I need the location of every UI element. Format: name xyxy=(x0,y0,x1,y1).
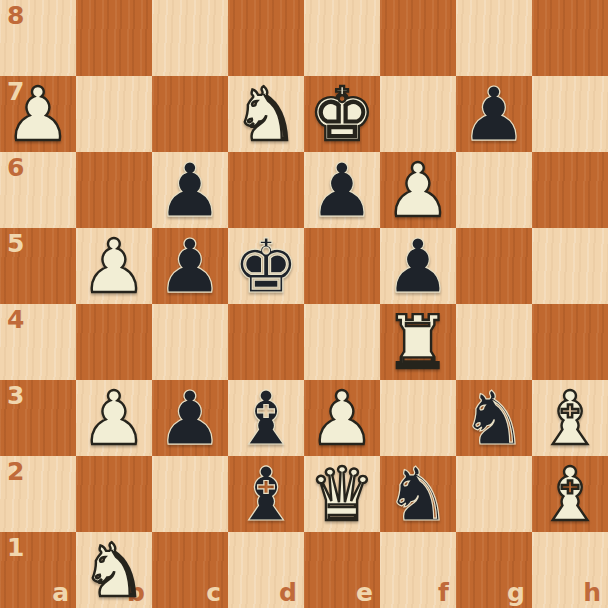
piece-black-pawn[interactable]: ♟ xyxy=(461,76,527,152)
square-g7[interactable]: ♟ xyxy=(456,76,532,152)
square-c6[interactable]: ♟ xyxy=(152,152,228,228)
square-c1[interactable]: c xyxy=(152,532,228,608)
chess-board: 87♟♞♚♟6♟♟♟5♟♟♚♟4♜3♟♟♝♟♞♝2♝♛♞♝1ab♞cdefgh xyxy=(0,0,608,608)
rank-label-8: 8 xyxy=(7,3,24,28)
square-a3[interactable]: 3 xyxy=(0,380,76,456)
rank-label-2: 2 xyxy=(7,459,24,484)
square-a8[interactable]: 8 xyxy=(0,0,76,76)
square-c7[interactable] xyxy=(152,76,228,152)
piece-white-pawn[interactable]: ♟ xyxy=(385,152,451,228)
square-h5[interactable] xyxy=(532,228,608,304)
piece-black-bishop[interactable]: ♝ xyxy=(233,380,299,456)
piece-black-knight[interactable]: ♞ xyxy=(461,380,527,456)
rank-label-3: 3 xyxy=(7,383,24,408)
file-label-a: a xyxy=(52,580,69,605)
square-c5[interactable]: ♟ xyxy=(152,228,228,304)
square-d1[interactable]: d xyxy=(228,532,304,608)
piece-white-knight[interactable]: ♞ xyxy=(233,76,299,152)
square-e4[interactable] xyxy=(304,304,380,380)
piece-black-bishop[interactable]: ♝ xyxy=(233,456,299,532)
square-d7[interactable]: ♞ xyxy=(228,76,304,152)
piece-white-queen[interactable]: ♛ xyxy=(309,456,375,532)
square-e3[interactable]: ♟ xyxy=(304,380,380,456)
square-d4[interactable] xyxy=(228,304,304,380)
piece-white-pawn[interactable]: ♟ xyxy=(5,76,71,152)
rank-label-4: 4 xyxy=(7,307,24,332)
square-b8[interactable] xyxy=(76,0,152,76)
piece-black-pawn[interactable]: ♟ xyxy=(157,380,223,456)
piece-white-king[interactable]: ♚ xyxy=(309,76,375,152)
square-b6[interactable] xyxy=(76,152,152,228)
rank-label-6: 6 xyxy=(7,155,24,180)
file-label-f: f xyxy=(438,580,449,605)
square-b1[interactable]: b♞ xyxy=(76,532,152,608)
file-label-g: g xyxy=(507,580,525,605)
square-a5[interactable]: 5 xyxy=(0,228,76,304)
square-d3[interactable]: ♝ xyxy=(228,380,304,456)
piece-white-bishop[interactable]: ♝ xyxy=(537,380,603,456)
file-label-e: e xyxy=(356,580,373,605)
square-b5[interactable]: ♟ xyxy=(76,228,152,304)
square-f4[interactable]: ♜ xyxy=(380,304,456,380)
square-h6[interactable] xyxy=(532,152,608,228)
square-d2[interactable]: ♝ xyxy=(228,456,304,532)
rank-label-5: 5 xyxy=(7,231,24,256)
square-b4[interactable] xyxy=(76,304,152,380)
piece-white-pawn[interactable]: ♟ xyxy=(81,228,147,304)
square-c2[interactable] xyxy=(152,456,228,532)
piece-white-pawn[interactable]: ♟ xyxy=(309,380,375,456)
square-a1[interactable]: 1a xyxy=(0,532,76,608)
square-a7[interactable]: 7♟ xyxy=(0,76,76,152)
square-f3[interactable] xyxy=(380,380,456,456)
piece-white-rook[interactable]: ♜ xyxy=(385,304,451,380)
piece-black-pawn[interactable]: ♟ xyxy=(385,228,451,304)
square-g5[interactable] xyxy=(456,228,532,304)
square-f6[interactable]: ♟ xyxy=(380,152,456,228)
piece-black-knight[interactable]: ♞ xyxy=(385,456,451,532)
square-h3[interactable]: ♝ xyxy=(532,380,608,456)
square-e7[interactable]: ♚ xyxy=(304,76,380,152)
square-g4[interactable] xyxy=(456,304,532,380)
square-c4[interactable] xyxy=(152,304,228,380)
square-a2[interactable]: 2 xyxy=(0,456,76,532)
square-g2[interactable] xyxy=(456,456,532,532)
square-g6[interactable] xyxy=(456,152,532,228)
square-c8[interactable] xyxy=(152,0,228,76)
square-h4[interactable] xyxy=(532,304,608,380)
file-label-h: h xyxy=(583,580,601,605)
square-a6[interactable]: 6 xyxy=(0,152,76,228)
square-f7[interactable] xyxy=(380,76,456,152)
square-f5[interactable]: ♟ xyxy=(380,228,456,304)
square-e1[interactable]: e xyxy=(304,532,380,608)
piece-black-pawn[interactable]: ♟ xyxy=(157,152,223,228)
square-d5[interactable]: ♚ xyxy=(228,228,304,304)
piece-white-knight[interactable]: ♞ xyxy=(81,532,147,608)
square-f1[interactable]: f xyxy=(380,532,456,608)
square-h1[interactable]: h xyxy=(532,532,608,608)
square-g1[interactable]: g xyxy=(456,532,532,608)
piece-black-pawn[interactable]: ♟ xyxy=(157,228,223,304)
piece-black-king[interactable]: ♚ xyxy=(233,228,299,304)
square-c3[interactable]: ♟ xyxy=(152,380,228,456)
square-b2[interactable] xyxy=(76,456,152,532)
piece-black-pawn[interactable]: ♟ xyxy=(309,152,375,228)
square-a4[interactable]: 4 xyxy=(0,304,76,380)
square-e5[interactable] xyxy=(304,228,380,304)
square-b3[interactable]: ♟ xyxy=(76,380,152,456)
file-label-c: c xyxy=(206,580,221,605)
square-h7[interactable] xyxy=(532,76,608,152)
square-d8[interactable] xyxy=(228,0,304,76)
square-e6[interactable]: ♟ xyxy=(304,152,380,228)
square-e8[interactable] xyxy=(304,0,380,76)
square-d6[interactable] xyxy=(228,152,304,228)
square-g8[interactable] xyxy=(456,0,532,76)
square-e2[interactable]: ♛ xyxy=(304,456,380,532)
square-b7[interactable] xyxy=(76,76,152,152)
square-h8[interactable] xyxy=(532,0,608,76)
file-label-d: d xyxy=(279,580,297,605)
square-f2[interactable]: ♞ xyxy=(380,456,456,532)
square-h2[interactable]: ♝ xyxy=(532,456,608,532)
piece-white-pawn[interactable]: ♟ xyxy=(81,380,147,456)
rank-label-1: 1 xyxy=(7,535,24,560)
square-g3[interactable]: ♞ xyxy=(456,380,532,456)
square-f8[interactable] xyxy=(380,0,456,76)
piece-white-bishop[interactable]: ♝ xyxy=(537,456,603,532)
